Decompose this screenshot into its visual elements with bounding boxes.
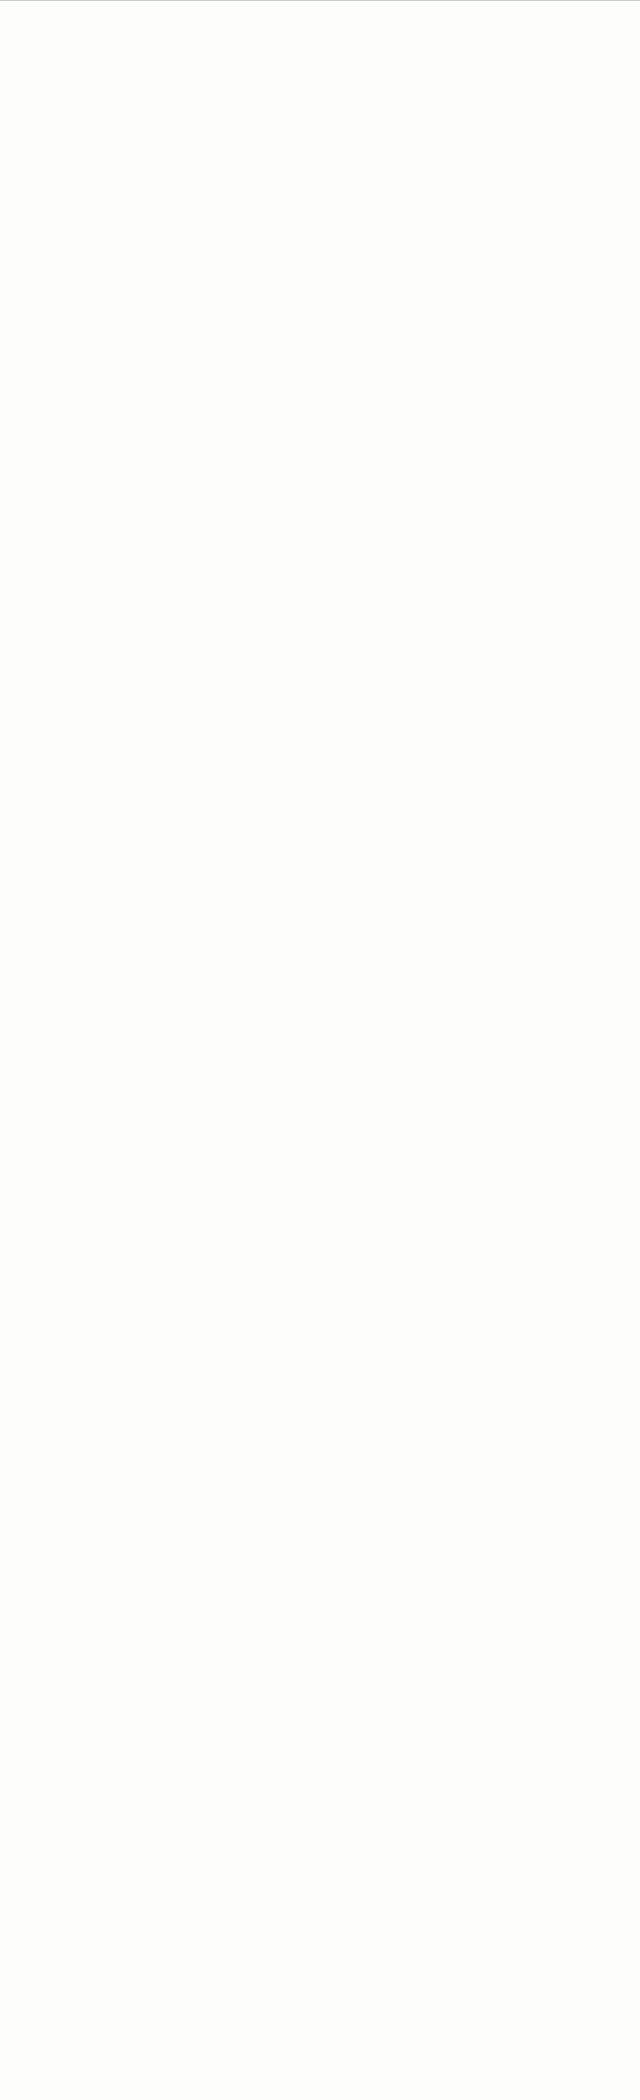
pattern-puzzle-board: [0, 0, 640, 2100]
watermark-strip: [0, 0, 640, 54]
